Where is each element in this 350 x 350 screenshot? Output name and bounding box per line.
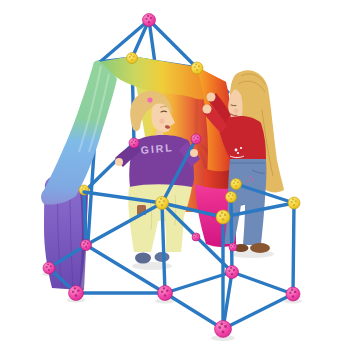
connector-ball-pink bbox=[129, 138, 139, 148]
child-left-hand-right bbox=[190, 149, 198, 157]
connector-ball-pink bbox=[192, 233, 200, 241]
connector-ball-yellow bbox=[231, 179, 242, 190]
connector-ball-pink bbox=[229, 243, 237, 251]
connector-ball-yellow bbox=[191, 62, 203, 74]
fort-scene: Two young girls building a play fort fro… bbox=[0, 0, 350, 350]
connector-ball-pink bbox=[81, 240, 92, 251]
child-right-shoe-right bbox=[250, 243, 270, 253]
connector-ball-yellow bbox=[288, 197, 300, 209]
child-left-hairclip bbox=[147, 97, 152, 102]
connector-ball-pink bbox=[158, 286, 173, 301]
rod bbox=[293, 203, 294, 294]
child-right-hand-far bbox=[207, 93, 216, 102]
child-left-shoe-left bbox=[135, 253, 151, 264]
connector-ball-pink bbox=[226, 266, 239, 279]
connector-ball-yellow bbox=[216, 210, 230, 224]
connector-ball-yellow bbox=[156, 197, 169, 210]
child-left-blush bbox=[159, 118, 164, 123]
connector-ball-pink bbox=[43, 262, 55, 274]
rod bbox=[84, 192, 86, 245]
connector-ball-pink bbox=[191, 134, 201, 144]
child-left-hand-left bbox=[115, 158, 123, 166]
child-right-blush bbox=[234, 109, 239, 114]
child-right-hand-near bbox=[203, 105, 212, 114]
connector-ball-yellow bbox=[127, 53, 138, 64]
fort-photo: Two young girls building a play fort fro… bbox=[0, 0, 350, 350]
rod bbox=[231, 197, 232, 272]
connector-ball-pink bbox=[286, 287, 300, 301]
connector-ball-pink bbox=[69, 286, 84, 301]
connector-ball-pink bbox=[215, 321, 232, 338]
connector-ball-yellow bbox=[226, 192, 237, 203]
connector-ball-pink bbox=[143, 14, 156, 27]
